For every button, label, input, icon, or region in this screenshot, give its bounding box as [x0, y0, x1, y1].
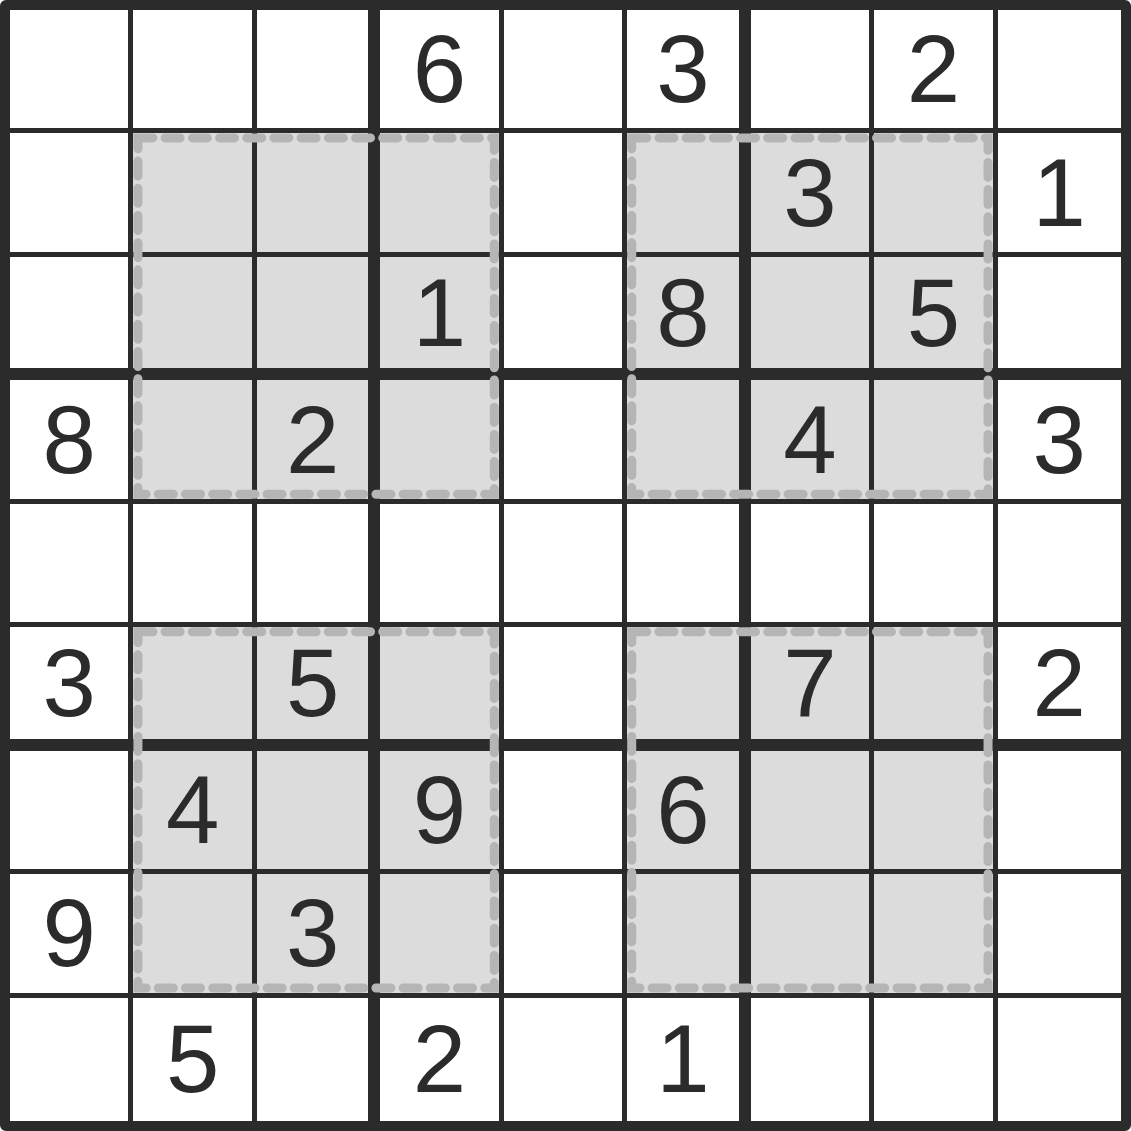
hyper-sudoku-board: 6 3 2 3 1 1 8 5 8 2 4 3 3 5 7 2 4 9	[0, 0, 1131, 1131]
cell-r8c1[interactable]: 9	[10, 874, 133, 997]
cell-r1c4[interactable]: 6	[380, 10, 503, 133]
cell-r9c3[interactable]	[257, 998, 380, 1121]
cell-r4c7[interactable]: 4	[751, 380, 874, 503]
cell-r6c7[interactable]: 7	[751, 627, 874, 750]
cell-r4c6[interactable]	[627, 380, 750, 503]
cell-r4c8[interactable]	[874, 380, 997, 503]
cell-r5c9[interactable]	[998, 504, 1121, 627]
cell-r3c8[interactable]: 5	[874, 257, 997, 380]
cell-r6c1[interactable]: 3	[10, 627, 133, 750]
cell-r9c2[interactable]: 5	[133, 998, 256, 1121]
cell-r3c7[interactable]	[751, 257, 874, 380]
cell-r3c6[interactable]: 8	[627, 257, 750, 380]
cell-r3c9[interactable]	[998, 257, 1121, 380]
cell-r5c8[interactable]	[874, 504, 997, 627]
cell-r4c3[interactable]: 2	[257, 380, 380, 503]
cell-r8c6[interactable]	[627, 874, 750, 997]
cell-r1c7[interactable]	[751, 10, 874, 133]
cell-r7c1[interactable]	[10, 751, 133, 874]
cell-r6c3[interactable]: 5	[257, 627, 380, 750]
cell-r2c2[interactable]	[133, 133, 256, 256]
cell-r3c1[interactable]	[10, 257, 133, 380]
cell-r4c9[interactable]: 3	[998, 380, 1121, 503]
cell-r3c3[interactable]	[257, 257, 380, 380]
cell-r1c6[interactable]: 3	[627, 10, 750, 133]
cell-r5c2[interactable]	[133, 504, 256, 627]
cell-r1c2[interactable]	[133, 10, 256, 133]
cell-r9c6[interactable]: 1	[627, 998, 750, 1121]
cell-r2c7[interactable]: 3	[751, 133, 874, 256]
cell-r4c4[interactable]	[380, 380, 503, 503]
cell-r1c3[interactable]	[257, 10, 380, 133]
cell-r1c1[interactable]	[10, 10, 133, 133]
cell-r4c2[interactable]	[133, 380, 256, 503]
cell-r8c7[interactable]	[751, 874, 874, 997]
cell-r9c1[interactable]	[10, 998, 133, 1121]
cell-r7c5[interactable]	[504, 751, 627, 874]
cell-r6c4[interactable]	[380, 627, 503, 750]
cell-r8c5[interactable]	[504, 874, 627, 997]
cell-r7c8[interactable]	[874, 751, 997, 874]
cell-r5c6[interactable]	[627, 504, 750, 627]
cell-r3c4[interactable]: 1	[380, 257, 503, 380]
cell-r3c5[interactable]	[504, 257, 627, 380]
cell-r4c1[interactable]: 8	[10, 380, 133, 503]
cell-r5c4[interactable]	[380, 504, 503, 627]
cell-r9c8[interactable]	[874, 998, 997, 1121]
cell-r8c3[interactable]: 3	[257, 874, 380, 997]
cell-r8c2[interactable]	[133, 874, 256, 997]
cell-r4c5[interactable]	[504, 380, 627, 503]
cell-r2c3[interactable]	[257, 133, 380, 256]
cell-r7c3[interactable]	[257, 751, 380, 874]
cell-r5c1[interactable]	[10, 504, 133, 627]
cell-r9c4[interactable]: 2	[380, 998, 503, 1121]
cell-r2c8[interactable]	[874, 133, 997, 256]
cell-r7c2[interactable]: 4	[133, 751, 256, 874]
cell-r5c5[interactable]	[504, 504, 627, 627]
cell-r8c9[interactable]	[998, 874, 1121, 997]
cell-r7c6[interactable]: 6	[627, 751, 750, 874]
cell-r7c7[interactable]	[751, 751, 874, 874]
cell-r1c9[interactable]	[998, 10, 1121, 133]
cell-r9c7[interactable]	[751, 998, 874, 1121]
cell-r5c3[interactable]	[257, 504, 380, 627]
cell-r2c1[interactable]	[10, 133, 133, 256]
cell-r8c8[interactable]	[874, 874, 997, 997]
cell-r6c8[interactable]	[874, 627, 997, 750]
cell-r6c9[interactable]: 2	[998, 627, 1121, 750]
cell-r8c4[interactable]	[380, 874, 503, 997]
cell-r2c6[interactable]	[627, 133, 750, 256]
cell-r9c9[interactable]	[998, 998, 1121, 1121]
cell-r2c9[interactable]: 1	[998, 133, 1121, 256]
cell-r1c5[interactable]	[504, 10, 627, 133]
cell-r5c7[interactable]	[751, 504, 874, 627]
cell-r7c9[interactable]	[998, 751, 1121, 874]
cell-r2c4[interactable]	[380, 133, 503, 256]
cell-r6c2[interactable]	[133, 627, 256, 750]
cell-r7c4[interactable]: 9	[380, 751, 503, 874]
cell-r6c6[interactable]	[627, 627, 750, 750]
cell-r9c5[interactable]	[504, 998, 627, 1121]
cell-r3c2[interactable]	[133, 257, 256, 380]
cell-r6c5[interactable]	[504, 627, 627, 750]
cell-r2c5[interactable]	[504, 133, 627, 256]
cell-r1c8[interactable]: 2	[874, 10, 997, 133]
